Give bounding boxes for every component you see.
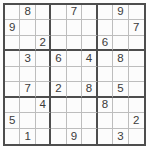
cell-r4c3[interactable] [36,51,51,66]
cell-r1c2[interactable]: 8 [20,5,35,20]
cell-r9c5[interactable]: 9 [67,129,82,144]
cell-r8c6[interactable] [82,113,97,128]
cell-r4c5[interactable] [67,51,82,66]
cell-r4c4[interactable]: 6 [51,51,66,66]
cell-r9c3[interactable] [36,129,51,144]
cell-r1c1[interactable] [5,5,20,20]
sudoku-board: 8799726364872854852193 [3,3,146,146]
cell-r3c6[interactable] [82,36,97,51]
cell-r3c3[interactable]: 2 [36,36,51,51]
cell-r7c2[interactable] [20,98,35,113]
cell-r6c6[interactable]: 8 [82,82,97,97]
cell-r2c6[interactable] [82,20,97,35]
cell-r4c9[interactable] [129,51,144,66]
cell-r8c9[interactable]: 2 [129,113,144,128]
cell-r6c2[interactable]: 7 [20,82,35,97]
cell-r6c9[interactable] [129,82,144,97]
cell-r9c8[interactable]: 3 [113,129,128,144]
cell-r7c3[interactable]: 4 [36,98,51,113]
cell-r5c8[interactable] [113,67,128,82]
cell-r9c2[interactable]: 1 [20,129,35,144]
cell-r1c8[interactable]: 9 [113,5,128,20]
cell-r4c6[interactable]: 4 [82,51,97,66]
cell-r3c7[interactable]: 6 [98,36,113,51]
cell-r2c1[interactable]: 9 [5,20,20,35]
cell-r5c9[interactable] [129,67,144,82]
cell-r6c3[interactable] [36,82,51,97]
cell-r9c4[interactable] [51,129,66,144]
cell-r7c7[interactable]: 8 [98,98,113,113]
cell-r3c8[interactable] [113,36,128,51]
cell-r8c2[interactable] [20,113,35,128]
cell-r7c5[interactable] [67,98,82,113]
cell-r3c4[interactable] [51,36,66,51]
cell-r8c8[interactable] [113,113,128,128]
cell-r3c5[interactable] [67,36,82,51]
cell-r8c5[interactable] [67,113,82,128]
cell-r8c4[interactable] [51,113,66,128]
cell-r1c4[interactable] [51,5,66,20]
cell-r2c5[interactable] [67,20,82,35]
cell-r2c3[interactable] [36,20,51,35]
cell-r8c1[interactable]: 5 [5,113,20,128]
cell-r5c1[interactable] [5,67,20,82]
cell-r1c5[interactable]: 7 [67,5,82,20]
cell-r5c2[interactable] [20,67,35,82]
cell-r6c8[interactable]: 5 [113,82,128,97]
cell-r4c1[interactable] [5,51,20,66]
cell-r9c1[interactable] [5,129,20,144]
cell-r5c6[interactable] [82,67,97,82]
cell-r2c7[interactable] [98,20,113,35]
cell-r6c4[interactable]: 2 [51,82,66,97]
cell-r2c2[interactable] [20,20,35,35]
cell-r9c7[interactable] [98,129,113,144]
cell-r5c4[interactable] [51,67,66,82]
cell-r6c5[interactable] [67,82,82,97]
cell-r5c3[interactable] [36,67,51,82]
cell-r1c9[interactable] [129,5,144,20]
cell-r8c3[interactable] [36,113,51,128]
cell-r7c4[interactable] [51,98,66,113]
cell-r6c7[interactable] [98,82,113,97]
cell-r4c7[interactable] [98,51,113,66]
cell-r7c9[interactable] [129,98,144,113]
cell-r3c2[interactable] [20,36,35,51]
cell-r4c2[interactable]: 3 [20,51,35,66]
cell-r9c9[interactable] [129,129,144,144]
cell-r1c3[interactable] [36,5,51,20]
cell-r7c8[interactable] [113,98,128,113]
cell-r7c6[interactable] [82,98,97,113]
cell-r5c5[interactable] [67,67,82,82]
cell-r3c1[interactable] [5,36,20,51]
cell-r2c8[interactable] [113,20,128,35]
cell-r6c1[interactable] [5,82,20,97]
cell-r2c4[interactable] [51,20,66,35]
cell-r9c6[interactable] [82,129,97,144]
cell-r3c9[interactable] [129,36,144,51]
cell-r1c7[interactable] [98,5,113,20]
cell-r1c6[interactable] [82,5,97,20]
cell-r8c7[interactable] [98,113,113,128]
cell-r2c9[interactable]: 7 [129,20,144,35]
cell-r4c8[interactable]: 8 [113,51,128,66]
sudoku-puzzle-screenshot: 8799726364872854852193 [0,0,150,150]
cell-r5c7[interactable] [98,67,113,82]
cell-r7c1[interactable] [5,98,20,113]
